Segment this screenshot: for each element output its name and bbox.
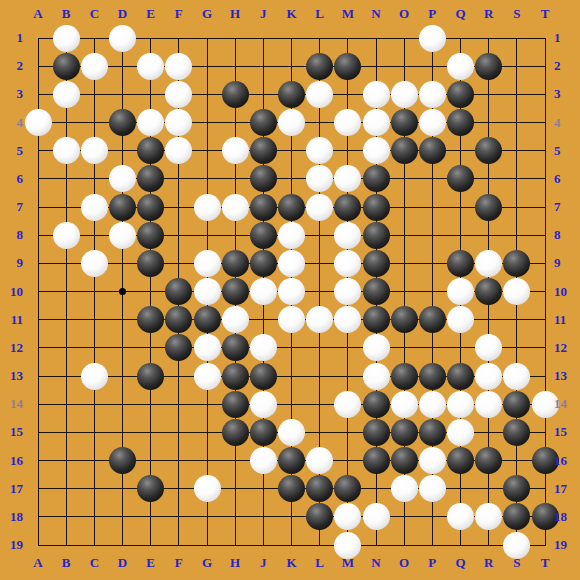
stone-black[interactable]: [363, 278, 390, 305]
stone-white[interactable]: [306, 165, 333, 192]
row-label-left: 3: [0, 87, 23, 101]
col-label-bottom: J: [252, 556, 274, 570]
stone-black[interactable]: [250, 137, 277, 164]
col-label-top: L: [309, 7, 331, 21]
stone-white[interactable]: [53, 81, 80, 108]
stone-black[interactable]: [222, 391, 249, 418]
stone-black[interactable]: [278, 447, 305, 474]
stone-white[interactable]: [334, 250, 361, 277]
stone-black[interactable]: [391, 363, 418, 390]
stone-white[interactable]: [475, 503, 502, 530]
stone-black[interactable]: [137, 137, 164, 164]
stone-black[interactable]: [109, 109, 136, 136]
stone-white[interactable]: [306, 447, 333, 474]
stone-black[interactable]: [222, 278, 249, 305]
row-label-left: 1: [0, 31, 23, 45]
stone-white[interactable]: [334, 391, 361, 418]
col-label-top: D: [112, 7, 134, 21]
stone-black[interactable]: [53, 53, 80, 80]
stone-black[interactable]: [503, 475, 530, 502]
stone-white[interactable]: [109, 165, 136, 192]
col-label-bottom: D: [112, 556, 134, 570]
row-label-right: 7: [554, 200, 580, 214]
col-label-top: G: [196, 7, 218, 21]
row-label-right: 10: [554, 285, 580, 299]
stone-white[interactable]: [250, 278, 277, 305]
row-label-right: 19: [554, 538, 580, 552]
col-label-top: E: [140, 7, 162, 21]
stone-white[interactable]: [419, 391, 446, 418]
stone-black[interactable]: [306, 475, 333, 502]
col-label-top: J: [252, 7, 274, 21]
stone-white[interactable]: [25, 109, 52, 136]
stone-white[interactable]: [363, 334, 390, 361]
stone-black[interactable]: [222, 363, 249, 390]
row-label-left: 6: [0, 172, 23, 186]
row-label-right: 2: [554, 59, 580, 73]
stone-white[interactable]: [137, 109, 164, 136]
stone-black[interactable]: [250, 165, 277, 192]
stone-white[interactable]: [334, 165, 361, 192]
stone-black[interactable]: [334, 53, 361, 80]
stone-white[interactable]: [447, 53, 474, 80]
col-label-bottom: K: [281, 556, 303, 570]
col-label-bottom: F: [168, 556, 190, 570]
row-label-right: 1: [554, 31, 580, 45]
row-label-right: 16: [554, 454, 580, 468]
stone-black[interactable]: [419, 363, 446, 390]
stone-white[interactable]: [278, 222, 305, 249]
col-label-top: C: [83, 7, 105, 21]
stone-white[interactable]: [194, 194, 221, 221]
col-label-top: Q: [450, 7, 472, 21]
stone-black[interactable]: [306, 53, 333, 80]
stone-black[interactable]: [419, 419, 446, 446]
stone-black[interactable]: [447, 81, 474, 108]
col-label-bottom: R: [478, 556, 500, 570]
grid-line-horizontal: [38, 347, 546, 348]
stone-black[interactable]: [391, 306, 418, 333]
col-label-top: K: [281, 7, 303, 21]
stone-white[interactable]: [278, 419, 305, 446]
stone-white[interactable]: [109, 222, 136, 249]
stone-black[interactable]: [194, 306, 221, 333]
stone-white[interactable]: [194, 475, 221, 502]
row-label-left: 8: [0, 228, 23, 242]
stone-white[interactable]: [334, 222, 361, 249]
col-label-top: B: [55, 7, 77, 21]
row-label-right: 4: [554, 116, 580, 130]
stone-white[interactable]: [363, 81, 390, 108]
stone-white[interactable]: [391, 391, 418, 418]
stone-black[interactable]: [363, 194, 390, 221]
stone-white[interactable]: [81, 363, 108, 390]
stone-white[interactable]: [475, 363, 502, 390]
stone-white[interactable]: [53, 25, 80, 52]
stone-black[interactable]: [137, 306, 164, 333]
stone-black[interactable]: [137, 475, 164, 502]
stone-black[interactable]: [109, 194, 136, 221]
col-label-bottom: L: [309, 556, 331, 570]
stone-black[interactable]: [363, 250, 390, 277]
stone-white[interactable]: [419, 81, 446, 108]
stone-white[interactable]: [81, 250, 108, 277]
stone-white[interactable]: [194, 278, 221, 305]
col-label-top: M: [337, 7, 359, 21]
stone-white[interactable]: [334, 503, 361, 530]
col-label-bottom: Q: [450, 556, 472, 570]
stone-black[interactable]: [475, 278, 502, 305]
col-label-bottom: T: [534, 556, 556, 570]
stone-white[interactable]: [53, 137, 80, 164]
col-label-top: T: [534, 7, 556, 21]
stone-white[interactable]: [306, 306, 333, 333]
go-board[interactable]: AABBCCDDEEFFGGHHJJKKLLMMNNOOPPQQRRSSTT11…: [0, 0, 580, 580]
stone-black[interactable]: [334, 475, 361, 502]
stone-black[interactable]: [363, 419, 390, 446]
stone-black[interactable]: [475, 194, 502, 221]
stone-white[interactable]: [165, 53, 192, 80]
row-label-left: 14: [0, 397, 23, 411]
stone-white[interactable]: [447, 306, 474, 333]
stone-white[interactable]: [306, 137, 333, 164]
stone-black[interactable]: [503, 503, 530, 530]
stone-black[interactable]: [306, 503, 333, 530]
stone-white[interactable]: [137, 53, 164, 80]
grid-line-horizontal: [38, 150, 546, 151]
stone-black[interactable]: [419, 306, 446, 333]
row-label-left: 16: [0, 454, 23, 468]
stone-black[interactable]: [109, 447, 136, 474]
stone-black[interactable]: [475, 447, 502, 474]
col-label-top: N: [365, 7, 387, 21]
stone-white[interactable]: [503, 363, 530, 390]
stone-black[interactable]: [137, 363, 164, 390]
row-label-left: 2: [0, 59, 23, 73]
row-label-right: 6: [554, 172, 580, 186]
row-label-right: 8: [554, 228, 580, 242]
stone-black[interactable]: [503, 250, 530, 277]
stone-white[interactable]: [363, 109, 390, 136]
stone-black[interactable]: [391, 137, 418, 164]
stone-black[interactable]: [222, 250, 249, 277]
stone-black[interactable]: [250, 222, 277, 249]
stone-white[interactable]: [306, 194, 333, 221]
stone-black[interactable]: [391, 447, 418, 474]
row-label-right: 17: [554, 482, 580, 496]
stone-white[interactable]: [391, 81, 418, 108]
stone-black[interactable]: [503, 419, 530, 446]
stone-black[interactable]: [250, 250, 277, 277]
stone-black[interactable]: [363, 391, 390, 418]
col-label-top: F: [168, 7, 190, 21]
stone-black[interactable]: [447, 109, 474, 136]
stone-white[interactable]: [109, 25, 136, 52]
stone-white[interactable]: [363, 363, 390, 390]
stone-black[interactable]: [475, 53, 502, 80]
stone-black[interactable]: [419, 137, 446, 164]
stone-black[interactable]: [165, 306, 192, 333]
stone-white[interactable]: [250, 391, 277, 418]
stone-white[interactable]: [447, 419, 474, 446]
stone-black[interactable]: [363, 306, 390, 333]
stone-black[interactable]: [475, 137, 502, 164]
stone-white[interactable]: [419, 25, 446, 52]
stone-white[interactable]: [419, 447, 446, 474]
stone-white[interactable]: [334, 278, 361, 305]
stone-black[interactable]: [137, 165, 164, 192]
stone-white[interactable]: [250, 447, 277, 474]
stone-black[interactable]: [391, 109, 418, 136]
col-label-bottom: P: [421, 556, 443, 570]
stone-black[interactable]: [447, 165, 474, 192]
col-label-top: O: [393, 7, 415, 21]
stone-white[interactable]: [363, 137, 390, 164]
col-label-bottom: S: [506, 556, 528, 570]
stone-black[interactable]: [447, 363, 474, 390]
row-label-left: 19: [0, 538, 23, 552]
stone-black[interactable]: [447, 250, 474, 277]
stone-white[interactable]: [222, 194, 249, 221]
stone-black[interactable]: [503, 391, 530, 418]
stone-white[interactable]: [81, 53, 108, 80]
stone-white[interactable]: [278, 250, 305, 277]
stone-black[interactable]: [165, 334, 192, 361]
stone-black[interactable]: [391, 419, 418, 446]
stone-black[interactable]: [137, 222, 164, 249]
col-label-bottom: C: [83, 556, 105, 570]
row-label-right: 9: [554, 256, 580, 270]
row-label-right: 3: [554, 87, 580, 101]
grid-line-vertical: [66, 38, 67, 546]
stone-white[interactable]: [419, 475, 446, 502]
col-label-bottom: O: [393, 556, 415, 570]
stone-black[interactable]: [278, 475, 305, 502]
row-label-left: 17: [0, 482, 23, 496]
stone-white[interactable]: [53, 222, 80, 249]
row-label-left: 9: [0, 256, 23, 270]
row-label-left: 15: [0, 425, 23, 439]
row-label-left: 13: [0, 369, 23, 383]
stone-white[interactable]: [475, 391, 502, 418]
col-label-bottom: H: [224, 556, 246, 570]
stone-black[interactable]: [334, 194, 361, 221]
stone-white[interactable]: [503, 278, 530, 305]
row-label-right: 11: [554, 313, 580, 327]
col-label-bottom: A: [27, 556, 49, 570]
stone-white[interactable]: [334, 306, 361, 333]
row-label-right: 18: [554, 510, 580, 524]
stone-white[interactable]: [475, 250, 502, 277]
stone-black[interactable]: [250, 194, 277, 221]
row-label-left: 5: [0, 144, 23, 158]
stone-white[interactable]: [475, 334, 502, 361]
stone-white[interactable]: [419, 109, 446, 136]
stone-black[interactable]: [363, 222, 390, 249]
stone-white[interactable]: [306, 81, 333, 108]
stone-white[interactable]: [194, 334, 221, 361]
grid-line-horizontal: [38, 545, 546, 546]
stone-black[interactable]: [363, 165, 390, 192]
row-label-left: 4: [0, 116, 23, 130]
row-label-left: 11: [0, 313, 23, 327]
stone-white[interactable]: [222, 137, 249, 164]
col-label-bottom: N: [365, 556, 387, 570]
row-label-left: 18: [0, 510, 23, 524]
stone-white[interactable]: [165, 109, 192, 136]
row-label-right: 13: [554, 369, 580, 383]
stone-white[interactable]: [447, 503, 474, 530]
stone-white[interactable]: [447, 278, 474, 305]
stone-black[interactable]: [250, 109, 277, 136]
col-label-top: R: [478, 7, 500, 21]
row-label-left: 10: [0, 285, 23, 299]
col-label-bottom: E: [140, 556, 162, 570]
stone-black[interactable]: [278, 194, 305, 221]
row-label-right: 12: [554, 341, 580, 355]
stone-black[interactable]: [137, 250, 164, 277]
stone-white[interactable]: [278, 278, 305, 305]
stone-black[interactable]: [250, 363, 277, 390]
stone-black[interactable]: [447, 447, 474, 474]
stone-white[interactable]: [165, 137, 192, 164]
row-label-left: 12: [0, 341, 23, 355]
stone-white[interactable]: [447, 391, 474, 418]
stone-white[interactable]: [222, 306, 249, 333]
stone-white[interactable]: [334, 109, 361, 136]
stone-white[interactable]: [81, 137, 108, 164]
stone-black[interactable]: [137, 194, 164, 221]
row-label-left: 7: [0, 200, 23, 214]
col-label-top: P: [421, 7, 443, 21]
stone-black[interactable]: [222, 81, 249, 108]
stone-black[interactable]: [250, 419, 277, 446]
row-label-right: 14: [554, 397, 580, 411]
stone-black[interactable]: [363, 447, 390, 474]
stone-white[interactable]: [250, 334, 277, 361]
stone-white[interactable]: [278, 109, 305, 136]
stone-white[interactable]: [391, 475, 418, 502]
stone-white[interactable]: [81, 194, 108, 221]
col-label-top: H: [224, 7, 246, 21]
stone-black[interactable]: [278, 81, 305, 108]
stone-black[interactable]: [165, 278, 192, 305]
row-label-right: 15: [554, 425, 580, 439]
stone-white[interactable]: [278, 306, 305, 333]
stone-white[interactable]: [363, 503, 390, 530]
stone-black[interactable]: [222, 334, 249, 361]
star-point: [119, 288, 126, 295]
grid-line-vertical: [94, 38, 95, 546]
stone-black[interactable]: [222, 419, 249, 446]
col-label-bottom: G: [196, 556, 218, 570]
col-label-bottom: B: [55, 556, 77, 570]
row-label-right: 5: [554, 144, 580, 158]
col-label-bottom: M: [337, 556, 359, 570]
stone-white[interactable]: [194, 250, 221, 277]
col-label-top: A: [27, 7, 49, 21]
col-label-top: S: [506, 7, 528, 21]
stone-white[interactable]: [194, 363, 221, 390]
stone-white[interactable]: [165, 81, 192, 108]
